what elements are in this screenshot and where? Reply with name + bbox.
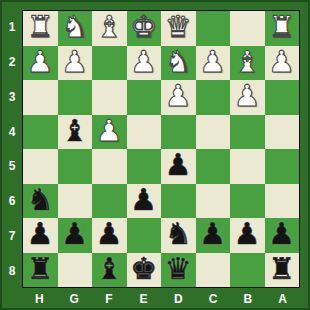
piece-black-pawn[interactable]: ♟: [165, 150, 192, 180]
piece-white-knight[interactable]: ♞: [165, 47, 192, 77]
rank-label-1: 1: [2, 10, 22, 45]
square-f2[interactable]: [92, 46, 127, 81]
square-b1[interactable]: [230, 11, 265, 46]
square-a6[interactable]: [265, 184, 300, 219]
square-e3[interactable]: [127, 80, 162, 115]
piece-black-pawn[interactable]: ♟: [27, 219, 54, 249]
square-a7[interactable]: ♟: [265, 218, 300, 253]
square-g7[interactable]: ♟: [58, 218, 93, 253]
piece-black-queen[interactable]: ♛: [165, 254, 192, 284]
rank-label-2: 2: [2, 45, 22, 80]
square-h3[interactable]: [23, 80, 58, 115]
square-g4[interactable]: ♝: [58, 115, 93, 150]
chess-board-frame: 12345678 ♜♞♝♚♛♜♟♟♟♞♟♝♟♟♟♝♟♟♞♟♟♟♟♞♟♟♟♜♝♚♛…: [0, 0, 310, 310]
square-c6[interactable]: [196, 184, 231, 219]
square-g5[interactable]: [58, 149, 93, 184]
square-d3[interactable]: ♟: [161, 80, 196, 115]
square-b7[interactable]: ♟: [230, 218, 265, 253]
square-d8[interactable]: ♛: [161, 253, 196, 288]
square-h6[interactable]: ♞: [23, 184, 58, 219]
piece-black-rook[interactable]: ♜: [27, 254, 54, 284]
square-b2[interactable]: ♝: [230, 46, 265, 81]
square-c5[interactable]: [196, 149, 231, 184]
piece-white-knight[interactable]: ♞: [61, 12, 88, 42]
piece-white-pawn[interactable]: ♟: [268, 47, 295, 77]
square-e7[interactable]: [127, 218, 162, 253]
piece-white-queen[interactable]: ♛: [165, 12, 192, 42]
square-c7[interactable]: ♟: [196, 218, 231, 253]
piece-white-pawn[interactable]: ♟: [165, 81, 192, 111]
piece-black-pawn[interactable]: ♟: [199, 219, 226, 249]
piece-white-pawn[interactable]: ♟: [27, 47, 54, 77]
square-d1[interactable]: ♛: [161, 11, 196, 46]
piece-white-pawn[interactable]: ♟: [96, 116, 123, 146]
square-f5[interactable]: [92, 149, 127, 184]
board: ♜♞♝♚♛♜♟♟♟♞♟♝♟♟♟♝♟♟♞♟♟♟♟♞♟♟♟♜♝♚♛♜: [22, 10, 300, 288]
square-c8[interactable]: [196, 253, 231, 288]
square-g8[interactable]: [58, 253, 93, 288]
square-b4[interactable]: [230, 115, 265, 150]
square-f6[interactable]: [92, 184, 127, 219]
square-h7[interactable]: ♟: [23, 218, 58, 253]
square-e8[interactable]: ♚: [127, 253, 162, 288]
piece-black-pawn[interactable]: ♟: [130, 185, 157, 215]
piece-white-pawn[interactable]: ♟: [61, 47, 88, 77]
square-a2[interactable]: ♟: [265, 46, 300, 81]
piece-white-bishop[interactable]: ♝: [96, 12, 123, 42]
file-label-h: H: [22, 289, 57, 309]
piece-black-bishop[interactable]: ♝: [96, 254, 123, 284]
piece-black-knight[interactable]: ♞: [165, 219, 192, 249]
piece-white-rook[interactable]: ♜: [268, 12, 295, 42]
square-b8[interactable]: [230, 253, 265, 288]
piece-black-pawn[interactable]: ♟: [234, 219, 261, 249]
square-d5[interactable]: ♟: [161, 149, 196, 184]
piece-white-pawn[interactable]: ♟: [130, 47, 157, 77]
square-b5[interactable]: [230, 149, 265, 184]
square-e6[interactable]: ♟: [127, 184, 162, 219]
file-label-e: E: [126, 289, 161, 309]
square-f8[interactable]: ♝: [92, 253, 127, 288]
rank-label-7: 7: [2, 219, 22, 254]
square-h8[interactable]: ♜: [23, 253, 58, 288]
file-label-c: C: [196, 289, 231, 309]
rank-label-3: 3: [2, 80, 22, 115]
piece-black-pawn[interactable]: ♟: [96, 219, 123, 249]
square-e2[interactable]: ♟: [127, 46, 162, 81]
square-b3[interactable]: ♟: [230, 80, 265, 115]
piece-black-king[interactable]: ♚: [130, 254, 157, 284]
square-a5[interactable]: [265, 149, 300, 184]
file-label-a: A: [265, 289, 300, 309]
square-a1[interactable]: ♜: [265, 11, 300, 46]
square-a8[interactable]: ♜: [265, 253, 300, 288]
square-b6[interactable]: [230, 184, 265, 219]
square-g1[interactable]: ♞: [58, 11, 93, 46]
square-d2[interactable]: ♞: [161, 46, 196, 81]
piece-white-bishop[interactable]: ♝: [234, 47, 261, 77]
square-c2[interactable]: ♟: [196, 46, 231, 81]
square-f4[interactable]: ♟: [92, 115, 127, 150]
square-g3[interactable]: [58, 80, 93, 115]
square-d6[interactable]: [161, 184, 196, 219]
file-label-b: B: [231, 289, 266, 309]
piece-black-rook[interactable]: ♜: [268, 254, 295, 284]
square-f7[interactable]: ♟: [92, 218, 127, 253]
piece-white-king[interactable]: ♚: [130, 12, 157, 42]
square-g6[interactable]: [58, 184, 93, 219]
piece-white-pawn[interactable]: ♟: [234, 81, 261, 111]
piece-black-knight[interactable]: ♞: [27, 185, 54, 215]
square-h4[interactable]: [23, 115, 58, 150]
square-e5[interactable]: [127, 149, 162, 184]
rank-label-8: 8: [2, 253, 22, 288]
square-a4[interactable]: [265, 115, 300, 150]
square-h1[interactable]: ♜: [23, 11, 58, 46]
rank-label-4: 4: [2, 114, 22, 149]
square-d4[interactable]: [161, 115, 196, 150]
file-labels: HGFEDCBA: [22, 289, 300, 309]
file-label-f: F: [92, 289, 127, 309]
square-f1[interactable]: ♝: [92, 11, 127, 46]
file-label-d: D: [161, 289, 196, 309]
piece-black-bishop[interactable]: ♝: [61, 116, 88, 146]
square-c1[interactable]: [196, 11, 231, 46]
square-c3[interactable]: [196, 80, 231, 115]
square-f3[interactable]: [92, 80, 127, 115]
piece-black-pawn[interactable]: ♟: [268, 219, 295, 249]
piece-black-pawn[interactable]: ♟: [61, 219, 88, 249]
square-e1[interactable]: ♚: [127, 11, 162, 46]
piece-white-rook[interactable]: ♜: [27, 12, 54, 42]
square-a3[interactable]: [265, 80, 300, 115]
square-g2[interactable]: ♟: [58, 46, 93, 81]
square-e4[interactable]: [127, 115, 162, 150]
file-label-g: G: [57, 289, 92, 309]
square-h5[interactable]: [23, 149, 58, 184]
square-d7[interactable]: ♞: [161, 218, 196, 253]
rank-labels: 12345678: [2, 10, 22, 288]
rank-label-6: 6: [2, 184, 22, 219]
piece-white-pawn[interactable]: ♟: [199, 47, 226, 77]
square-c4[interactable]: [196, 115, 231, 150]
rank-label-5: 5: [2, 149, 22, 184]
square-h2[interactable]: ♟: [23, 46, 58, 81]
